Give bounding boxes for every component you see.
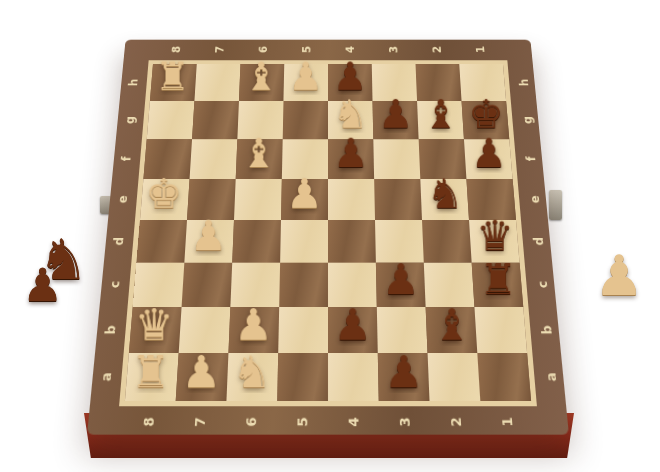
square-d6: [232, 220, 281, 263]
square-g7: [192, 101, 239, 139]
square-a1: [477, 353, 531, 401]
square-b5: [278, 307, 328, 353]
coordinate-label-top-7: 7: [209, 32, 229, 68]
piece-white-king-e8: ♚: [141, 168, 188, 220]
piece-white-pawn-d7: ♟: [185, 210, 233, 263]
piece-white-bishop-f6: ♝: [236, 128, 282, 179]
coordinates-bottom: 87654321: [122, 411, 533, 432]
coordinate-label-right-g: g: [504, 112, 550, 128]
square-a5: [277, 353, 328, 401]
square-h7: [194, 64, 240, 101]
square-a3: ♟: [378, 353, 430, 401]
square-h8: ♜: [150, 64, 197, 101]
square-f6: ♝: [236, 139, 283, 179]
coordinate-label-top-4: 4: [340, 32, 359, 68]
chess-board-grid: ♜♝♟♟♞♟♝♚♝♟♟♚♟♞♟♛♟♜♛♟♟♝♜♟♞♟: [125, 64, 531, 401]
coordinate-label-left-g: g: [106, 112, 152, 128]
coordinate-label-top-5: 5: [297, 32, 316, 68]
square-d8: [136, 220, 187, 263]
square-e2: ♞: [420, 179, 469, 220]
square-e5: ♟: [281, 179, 328, 220]
square-h6: ♝: [239, 64, 284, 101]
piece-black-pawn-a3: ♟: [379, 344, 430, 400]
square-f7: [190, 139, 238, 179]
square-g8: [147, 101, 195, 139]
piece-black-pawn-c3: ♟: [377, 253, 426, 307]
square-b4: ♟: [328, 307, 378, 353]
square-g3: ♟: [373, 101, 419, 139]
board-inner-border: ♜♝♟♟♞♟♝♚♝♟♟♚♟♞♟♛♟♜♛♟♟♝♜♟♞♟: [119, 60, 537, 406]
square-b2: ♝: [426, 307, 478, 353]
piece-black-bishop-g2: ♝: [418, 89, 463, 139]
piece-black-pawn-f1: ♟: [466, 128, 512, 179]
square-g5: [283, 101, 328, 139]
coordinate-label-top-1: 1: [470, 32, 491, 68]
offboard-piece-white-pawn: ♟: [594, 248, 644, 304]
square-a7: ♟: [176, 353, 229, 401]
coordinate-label-top-3: 3: [383, 32, 403, 68]
square-d7: ♟: [184, 220, 234, 263]
piece-black-pawn-f4: ♟: [328, 128, 374, 179]
coordinate-label-left-h: h: [110, 75, 156, 91]
square-e6: [234, 179, 282, 220]
square-d5: [280, 220, 328, 263]
piece-white-pawn-a7: ♟: [176, 344, 227, 400]
coordinate-label-right-h: h: [501, 75, 547, 91]
board-tilt-wrapper: 87654321 87654321 hgfedcba hgfedcba ♜♝♟♟…: [87, 40, 569, 435]
square-a2: [428, 353, 481, 401]
square-c7: [182, 263, 233, 307]
chess-set-photo: 87654321 87654321 hgfedcba hgfedcba ♜♝♟♟…: [0, 0, 660, 472]
square-e3: [374, 179, 422, 220]
board-frame: 87654321 87654321 hgfedcba hgfedcba ♜♝♟♟…: [87, 40, 569, 435]
square-b1: [474, 307, 527, 353]
square-a8: ♜: [125, 353, 179, 401]
coordinate-label-right-e: e: [510, 191, 558, 208]
piece-black-pawn-g3: ♟: [373, 89, 418, 139]
coordinate-label-top-2: 2: [427, 32, 447, 68]
coordinate-label-left-f: f: [102, 150, 149, 167]
square-f3: [373, 139, 420, 179]
square-f1: ♟: [464, 139, 513, 179]
piece-black-rook-c1: ♜: [474, 253, 523, 307]
piece-black-knight-e2: ♞: [422, 168, 469, 220]
square-e8: ♚: [140, 179, 190, 220]
square-e4: [328, 179, 375, 220]
square-g2: ♝: [417, 101, 464, 139]
square-a4: [328, 353, 379, 401]
square-c3: ♟: [376, 263, 426, 307]
coordinate-label-left-e: e: [98, 191, 146, 208]
coordinate-label-top-8: 8: [165, 32, 186, 68]
square-d2: [422, 220, 472, 263]
coordinate-label-top-6: 6: [253, 32, 273, 68]
square-h5: ♟: [283, 64, 328, 101]
offboard-piece-black-pawn: ♟: [22, 262, 63, 308]
square-f4: ♟: [328, 139, 374, 179]
piece-white-rook-a8: ♜: [126, 344, 177, 400]
piece-white-knight-a6: ♞: [227, 344, 278, 400]
square-c1: ♜: [472, 263, 524, 307]
square-a6: ♞: [226, 353, 278, 401]
square-c5: [279, 263, 328, 307]
piece-black-pawn-b4: ♟: [328, 298, 378, 353]
piece-white-pawn-e5: ♟: [281, 168, 328, 220]
coordinate-label-right-f: f: [507, 150, 554, 167]
piece-black-bishop-b2: ♝: [427, 298, 477, 353]
square-d4: [328, 220, 376, 263]
